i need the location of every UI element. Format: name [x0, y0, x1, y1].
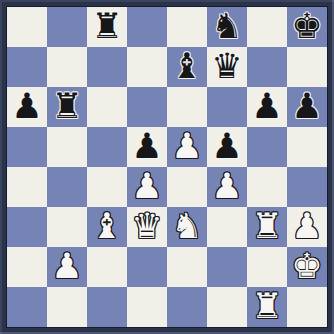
square-h5[interactable] — [287, 127, 327, 167]
square-e5[interactable]: ♟ — [167, 127, 207, 167]
square-g6[interactable]: ♟ — [247, 87, 287, 127]
board-frame: ♜♞♚♝♛♟♜♟♟♟♟♟♟♟♝♛♞♜♟♟♚♜ — [0, 0, 334, 334]
piece-black-pawn: ♟ — [291, 87, 322, 126]
square-f1[interactable] — [207, 287, 247, 327]
square-a6[interactable]: ♟ — [7, 87, 47, 127]
square-d4[interactable]: ♟ — [127, 167, 167, 207]
piece-black-rook: ♜ — [91, 7, 122, 46]
square-h7[interactable] — [287, 47, 327, 87]
square-f7[interactable]: ♛ — [207, 47, 247, 87]
piece-white-rook: ♜ — [251, 287, 282, 326]
square-a5[interactable] — [7, 127, 47, 167]
square-c7[interactable] — [87, 47, 127, 87]
square-b5[interactable] — [47, 127, 87, 167]
square-d1[interactable] — [127, 287, 167, 327]
square-c6[interactable] — [87, 87, 127, 127]
square-e4[interactable] — [167, 167, 207, 207]
piece-black-pawn: ♟ — [211, 127, 242, 166]
square-d3[interactable]: ♛ — [127, 207, 167, 247]
square-d5[interactable]: ♟ — [127, 127, 167, 167]
square-b8[interactable] — [47, 7, 87, 47]
square-b3[interactable] — [47, 207, 87, 247]
square-c5[interactable] — [87, 127, 127, 167]
square-b1[interactable] — [47, 287, 87, 327]
square-d7[interactable] — [127, 47, 167, 87]
square-h2[interactable]: ♚ — [287, 247, 327, 287]
square-g5[interactable] — [247, 127, 287, 167]
square-h3[interactable]: ♟ — [287, 207, 327, 247]
piece-black-queen: ♛ — [211, 47, 242, 86]
square-a2[interactable] — [7, 247, 47, 287]
square-h1[interactable] — [287, 287, 327, 327]
square-f6[interactable] — [207, 87, 247, 127]
square-e2[interactable] — [167, 247, 207, 287]
square-e3[interactable]: ♞ — [167, 207, 207, 247]
square-e1[interactable] — [167, 287, 207, 327]
square-e8[interactable] — [167, 7, 207, 47]
square-b7[interactable] — [47, 47, 87, 87]
square-g8[interactable] — [247, 7, 287, 47]
piece-white-pawn: ♟ — [171, 127, 202, 166]
square-f5[interactable]: ♟ — [207, 127, 247, 167]
square-g2[interactable] — [247, 247, 287, 287]
piece-white-pawn: ♟ — [291, 207, 322, 246]
square-g7[interactable] — [247, 47, 287, 87]
square-a1[interactable] — [7, 287, 47, 327]
piece-black-bishop: ♝ — [171, 47, 202, 86]
square-c1[interactable] — [87, 287, 127, 327]
square-h4[interactable] — [287, 167, 327, 207]
square-a4[interactable] — [7, 167, 47, 207]
piece-white-pawn: ♟ — [211, 167, 242, 206]
piece-black-pawn: ♟ — [11, 87, 42, 126]
square-d2[interactable] — [127, 247, 167, 287]
square-d6[interactable] — [127, 87, 167, 127]
piece-white-bishop: ♝ — [91, 207, 122, 246]
piece-white-king: ♚ — [291, 247, 322, 286]
piece-white-queen: ♛ — [131, 207, 162, 246]
piece-black-rook: ♜ — [51, 87, 82, 126]
square-g3[interactable]: ♜ — [247, 207, 287, 247]
square-b2[interactable]: ♟ — [47, 247, 87, 287]
piece-black-pawn: ♟ — [251, 87, 282, 126]
square-e6[interactable] — [167, 87, 207, 127]
square-h6[interactable]: ♟ — [287, 87, 327, 127]
piece-white-pawn: ♟ — [131, 167, 162, 206]
piece-white-knight: ♞ — [171, 207, 202, 246]
chess-board: ♜♞♚♝♛♟♜♟♟♟♟♟♟♟♝♛♞♜♟♟♚♜ — [7, 7, 327, 327]
square-g1[interactable]: ♜ — [247, 287, 287, 327]
piece-white-rook: ♜ — [251, 207, 282, 246]
square-f4[interactable]: ♟ — [207, 167, 247, 207]
piece-black-knight: ♞ — [211, 7, 242, 46]
piece-black-pawn: ♟ — [131, 127, 162, 166]
square-f3[interactable] — [207, 207, 247, 247]
piece-white-pawn: ♟ — [51, 247, 82, 286]
piece-black-king: ♚ — [291, 7, 322, 46]
square-b6[interactable]: ♜ — [47, 87, 87, 127]
square-g4[interactable] — [247, 167, 287, 207]
square-c8[interactable]: ♜ — [87, 7, 127, 47]
square-c2[interactable] — [87, 247, 127, 287]
square-f2[interactable] — [207, 247, 247, 287]
square-a7[interactable] — [7, 47, 47, 87]
square-c3[interactable]: ♝ — [87, 207, 127, 247]
square-d8[interactable] — [127, 7, 167, 47]
square-h8[interactable]: ♚ — [287, 7, 327, 47]
square-a3[interactable] — [7, 207, 47, 247]
square-a8[interactable] — [7, 7, 47, 47]
square-b4[interactable] — [47, 167, 87, 207]
square-c4[interactable] — [87, 167, 127, 207]
square-f8[interactable]: ♞ — [207, 7, 247, 47]
square-e7[interactable]: ♝ — [167, 47, 207, 87]
